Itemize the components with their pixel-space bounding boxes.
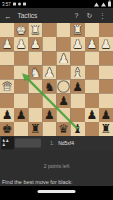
square-f2[interactable]: ♟ <box>28 37 42 51</box>
square-c5[interactable]: ♟ <box>71 80 85 94</box>
square-g4[interactable] <box>14 65 28 79</box>
square-g7[interactable]: ♟ <box>14 108 28 122</box>
hint-icon[interactable]: ? <box>70 12 83 20</box>
last-move-text[interactable]: Nd5xf4 <box>58 140 74 146</box>
square-g2[interactable]: ♟ <box>14 37 28 51</box>
instruction-text: Find the best move for black: <box>2 179 73 185</box>
square-e4[interactable]: ♟ <box>42 65 56 79</box>
white-pawn-piece: ♟ <box>30 37 41 51</box>
notification-icon <box>13 3 16 6</box>
square-h7[interactable]: ♟ <box>0 108 14 122</box>
move-slot[interactable] <box>15 139 41 148</box>
square-f4[interactable]: ♞ <box>28 65 42 79</box>
square-d8[interactable]: ♛ <box>57 122 71 136</box>
square-b7[interactable]: ♟ <box>85 108 99 122</box>
thumbnail-pieces: ♟ <box>2 143 14 147</box>
square-a6[interactable] <box>99 94 113 108</box>
square-h2[interactable]: ♟ <box>0 37 14 51</box>
square-c4[interactable]: ♝ <box>71 65 85 79</box>
square-b8[interactable] <box>85 122 99 136</box>
square-g1[interactable]: ♚ <box>14 23 28 37</box>
square-e7[interactable]: ♟ <box>42 108 56 122</box>
black-pawn-piece: ♟ <box>86 108 97 122</box>
square-a7[interactable]: ♟ <box>99 108 113 122</box>
toolbar: ← Tactics ? ↻ ⋮ <box>0 8 113 23</box>
square-h4[interactable] <box>0 65 14 79</box>
square-d6[interactable]: ♟ <box>57 94 71 108</box>
square-e5[interactable]: ♞ <box>42 80 56 94</box>
square-g3[interactable] <box>14 51 28 65</box>
square-c6[interactable] <box>71 94 85 108</box>
square-d1[interactable] <box>57 23 71 37</box>
white-pawn-piece: ♟ <box>16 37 27 51</box>
white-bishop-piece: ♝ <box>72 65 83 79</box>
square-c3[interactable] <box>71 51 85 65</box>
square-d2[interactable] <box>57 37 71 51</box>
black-queen-piece: ♛ <box>58 122 69 136</box>
square-a8[interactable]: ♜ <box>99 122 113 136</box>
white-pawn-piece: ♟ <box>72 37 83 51</box>
square-h1[interactable] <box>0 23 14 37</box>
square-a4[interactable] <box>99 65 113 79</box>
square-f6[interactable] <box>28 94 42 108</box>
square-e8[interactable] <box>42 122 56 136</box>
home-gesture-pill[interactable] <box>38 190 76 193</box>
square-f1[interactable]: ♜ <box>28 23 42 37</box>
square-b5[interactable] <box>85 80 99 94</box>
square-b1[interactable] <box>85 23 99 37</box>
square-h8[interactable]: ♚ <box>0 122 14 136</box>
black-pawn-piece: ♟ <box>2 108 13 122</box>
white-pawn-piece: ♟ <box>58 51 69 65</box>
overflow-menu-icon[interactable]: ⋮ <box>96 12 109 20</box>
square-e3[interactable] <box>42 51 56 65</box>
square-e1[interactable] <box>42 23 56 37</box>
square-c2[interactable]: ♟ <box>71 37 85 51</box>
square-c1[interactable]: ♜ <box>71 23 85 37</box>
black-pawn-piece: ♟ <box>16 108 27 122</box>
white-king-piece: ♚ <box>16 23 27 37</box>
white-rook-piece: ♜ <box>72 23 83 37</box>
square-a1[interactable] <box>99 23 113 37</box>
move-panel: ♞♟ ♟ 1. Nd5xf4 <box>0 136 113 150</box>
square-g5[interactable] <box>14 80 28 94</box>
white-pawn-piece: ♟ <box>44 65 55 79</box>
square-a5[interactable] <box>99 80 113 94</box>
square-b6[interactable] <box>85 94 99 108</box>
square-e2[interactable] <box>42 37 56 51</box>
back-arrow-icon[interactable]: ← <box>4 11 12 20</box>
white-pawn-piece: ♟ <box>101 37 112 51</box>
chess-board: ♚♜♜♟♟♟♟♟♟♟♞♟♝♛♞♟♟♟♟♟♟♟♚♜♛♝♜ <box>0 23 113 136</box>
android-nav-bar <box>0 186 113 200</box>
black-knight-piece: ♞ <box>44 80 55 94</box>
page-title: Tactics <box>18 12 71 20</box>
black-pawn-piece: ♟ <box>58 94 69 108</box>
square-e6[interactable] <box>42 94 56 108</box>
refresh-icon[interactable]: ↻ <box>83 12 96 20</box>
app-screen: 3:57 ← Tactics ? ↻ ⋮ ♚♜♜♟♟♟♟♟♟♟♞♟♝♛♞♟♟♟♟… <box>0 0 113 200</box>
white-knight-piece: ♞ <box>30 65 41 79</box>
square-b4[interactable] <box>85 65 99 79</box>
square-f7[interactable] <box>28 108 42 122</box>
white-pawn-piece: ♟ <box>2 37 13 51</box>
square-d4[interactable] <box>57 65 71 79</box>
white-rook-piece: ♜ <box>30 23 41 37</box>
square-h6[interactable] <box>0 94 14 108</box>
square-g6[interactable] <box>14 94 28 108</box>
square-d5[interactable] <box>57 80 71 94</box>
status-bar: 3:57 <box>0 0 113 8</box>
black-rook-piece: ♜ <box>30 122 41 136</box>
black-pawn-piece: ♟ <box>72 80 83 94</box>
puzzle-thumbnail[interactable]: ♞♟ ♟ <box>1 137 14 150</box>
black-pawn-piece: ♟ <box>101 108 112 122</box>
points-left-text: 2 points left <box>0 163 113 169</box>
square-h5[interactable]: ♛ <box>0 80 14 94</box>
battery-icon <box>108 2 111 7</box>
square-a2[interactable]: ♟ <box>99 37 113 51</box>
square-c7[interactable] <box>71 108 85 122</box>
square-c8[interactable]: ♝ <box>71 122 85 136</box>
square-a3[interactable] <box>99 51 113 65</box>
square-b3[interactable] <box>85 51 99 65</box>
wifi-icon <box>94 3 99 7</box>
notification-icon <box>18 3 21 6</box>
white-queen-piece: ♛ <box>2 80 13 94</box>
square-d3[interactable]: ♟ <box>57 51 71 65</box>
square-b2[interactable]: ♟ <box>85 37 99 51</box>
square-f5[interactable] <box>28 80 42 94</box>
black-king-piece: ♚ <box>2 122 13 136</box>
move-number: 1. <box>50 140 54 146</box>
square-h3[interactable] <box>0 51 14 65</box>
black-rook-piece: ♜ <box>101 122 112 136</box>
white-pawn-piece: ♟ <box>86 37 97 51</box>
notification-icon <box>23 3 26 6</box>
black-bishop-piece: ♝ <box>72 122 83 136</box>
square-f8[interactable]: ♜ <box>28 122 42 136</box>
square-f3[interactable] <box>28 51 42 65</box>
clock-text: 3:57 <box>2 2 11 7</box>
signal-icon <box>101 3 106 7</box>
square-d7[interactable] <box>57 108 71 122</box>
black-pawn-piece: ♟ <box>44 108 55 122</box>
square-g8[interactable] <box>14 122 28 136</box>
